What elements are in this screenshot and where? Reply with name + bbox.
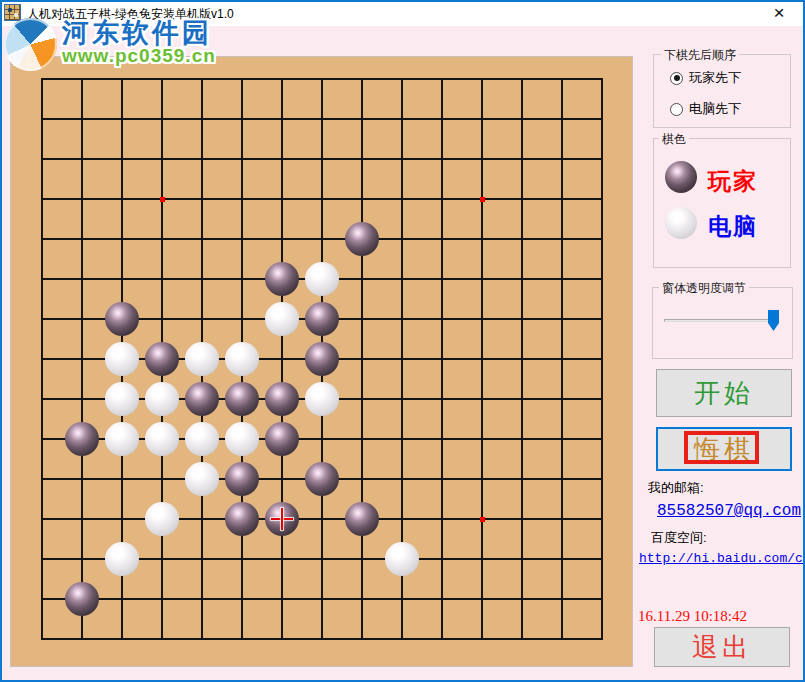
white-stone — [145, 502, 179, 536]
board-cell[interactable] — [302, 419, 342, 459]
board-cell[interactable] — [62, 179, 102, 219]
board-cell[interactable] — [542, 259, 582, 299]
dark-stone — [265, 422, 299, 456]
board-cell[interactable] — [142, 379, 182, 419]
dark-stone — [105, 302, 139, 336]
board-cell[interactable] — [222, 579, 262, 619]
board-cell[interactable] — [182, 499, 222, 539]
board-cell[interactable] — [382, 299, 422, 339]
board-cell[interactable] — [62, 99, 102, 139]
board-group-label: 棋盘 — [13, 49, 43, 66]
exit-button-label: 退出 — [692, 630, 752, 665]
board-cell[interactable] — [462, 499, 502, 539]
board-cell[interactable] — [422, 179, 462, 219]
board-cell[interactable] — [142, 259, 182, 299]
board-cell[interactable] — [222, 619, 262, 659]
board-cell[interactable] — [582, 339, 622, 379]
board-cell[interactable] — [222, 59, 262, 99]
board-cell[interactable] — [302, 59, 342, 99]
board-cell[interactable] — [262, 259, 302, 299]
board-cell[interactable] — [182, 619, 222, 659]
board-cell[interactable] — [182, 379, 222, 419]
board-cell[interactable] — [22, 499, 62, 539]
board-cell[interactable] — [542, 299, 582, 339]
board-cell[interactable] — [542, 579, 582, 619]
board-cell[interactable] — [342, 139, 382, 179]
board-cell[interactable] — [142, 619, 182, 659]
board-cell[interactable] — [22, 619, 62, 659]
board-cell[interactable] — [342, 379, 382, 419]
board-cell[interactable] — [422, 419, 462, 459]
board-cell[interactable] — [142, 339, 182, 379]
board-cell[interactable] — [22, 179, 62, 219]
board-cell[interactable] — [342, 219, 382, 259]
board-cell[interactable] — [342, 59, 382, 99]
board-cell[interactable] — [102, 379, 142, 419]
board-cell[interactable] — [582, 419, 622, 459]
board-cell[interactable] — [342, 539, 382, 579]
radio-computer-first-label: 电脑先下 — [689, 100, 741, 118]
board-cell[interactable] — [582, 579, 622, 619]
board-cell[interactable] — [342, 179, 382, 219]
board-cell[interactable] — [222, 99, 262, 139]
board-cell[interactable] — [382, 579, 422, 619]
board-cell[interactable] — [62, 259, 102, 299]
board-cell[interactable] — [102, 499, 142, 539]
board-cell[interactable] — [582, 299, 622, 339]
timestamp: 16.11.29 10:18:42 — [638, 608, 747, 625]
move-order-group-label: 下棋先后顺序 — [661, 47, 739, 64]
board-cell[interactable] — [102, 619, 142, 659]
board-cell[interactable] — [462, 179, 502, 219]
undo-button-label: 悔棋 — [694, 432, 754, 467]
board-cell[interactable] — [422, 579, 462, 619]
board-cell[interactable] — [502, 339, 542, 379]
board-cell[interactable] — [462, 619, 502, 659]
app-window: 人机对战五子棋-绿色免安装单机版v1.0 × 棋盘 河东软件园 www.pc03… — [0, 0, 805, 682]
board-cell[interactable] — [222, 379, 262, 419]
board-cell[interactable] — [62, 499, 102, 539]
dark-stone — [145, 342, 179, 376]
board-cell[interactable] — [262, 379, 302, 419]
last-move-marker — [265, 502, 299, 536]
board-cell[interactable] — [22, 459, 62, 499]
board-cell[interactable] — [62, 619, 102, 659]
white-stone — [185, 422, 219, 456]
board-cell[interactable] — [102, 219, 142, 259]
computer-label: 电脑 — [708, 211, 758, 242]
player-label: 玩家 — [708, 166, 758, 197]
board-cell[interactable] — [382, 59, 422, 99]
board-cell[interactable] — [142, 139, 182, 179]
board-cell[interactable] — [502, 59, 542, 99]
dark-stone — [225, 462, 259, 496]
board-cell[interactable] — [542, 339, 582, 379]
board-cell[interactable] — [382, 339, 422, 379]
board-cell[interactable] — [302, 499, 342, 539]
board-cell[interactable] — [262, 99, 302, 139]
board-cell[interactable] — [342, 419, 382, 459]
board-cell[interactable] — [342, 499, 382, 539]
board-cell[interactable] — [422, 139, 462, 179]
board-cell[interactable] — [182, 539, 222, 579]
board-cell[interactable] — [142, 219, 182, 259]
board-cell[interactable] — [262, 419, 302, 459]
board-cell[interactable] — [102, 339, 142, 379]
board-cell[interactable] — [582, 139, 622, 179]
board-cell[interactable] — [62, 419, 102, 459]
dark-stone — [305, 462, 339, 496]
board-cell[interactable] — [422, 219, 462, 259]
board-cell[interactable] — [502, 459, 542, 499]
board-cell[interactable] — [62, 379, 102, 419]
board-cell[interactable] — [502, 499, 542, 539]
board-cell[interactable] — [142, 299, 182, 339]
board-cell[interactable] — [422, 59, 462, 99]
board-cell[interactable] — [382, 619, 422, 659]
board-cell[interactable] — [182, 419, 222, 459]
dark-stone — [305, 302, 339, 336]
board-cell[interactable] — [382, 179, 422, 219]
transparency-slider-track[interactable] — [664, 319, 779, 322]
radio-computer-first[interactable]: 电脑先下 — [670, 100, 741, 118]
board-cell[interactable] — [502, 99, 542, 139]
app-icon — [4, 4, 21, 21]
board-cell[interactable] — [262, 299, 302, 339]
board-cell[interactable] — [502, 619, 542, 659]
board-cell[interactable] — [102, 59, 142, 99]
close-button[interactable]: × — [759, 0, 799, 26]
board-cell[interactable] — [262, 219, 302, 259]
board-cell[interactable] — [302, 579, 342, 619]
board-cell[interactable] — [182, 339, 222, 379]
board-cell[interactable] — [102, 299, 142, 339]
white-stone — [305, 262, 339, 296]
board-cell[interactable] — [22, 579, 62, 619]
board-cell[interactable] — [182, 459, 222, 499]
board-cell[interactable] — [542, 619, 582, 659]
board-cell[interactable] — [382, 99, 422, 139]
board-cell[interactable] — [422, 259, 462, 299]
close-icon: × — [773, 2, 784, 24]
board-cell[interactable] — [62, 339, 102, 379]
board-cell[interactable] — [102, 179, 142, 219]
board-cell[interactable] — [222, 539, 262, 579]
white-stone — [225, 422, 259, 456]
board-cell[interactable] — [502, 379, 542, 419]
board-cell[interactable] — [102, 419, 142, 459]
gomoku-board — [10, 56, 633, 667]
board-cell[interactable] — [302, 259, 342, 299]
board-cell[interactable] — [22, 99, 62, 139]
board-cell[interactable] — [542, 419, 582, 459]
board-cell[interactable] — [342, 579, 382, 619]
board-cell[interactable] — [62, 139, 102, 179]
board-cell[interactable] — [382, 259, 422, 299]
board-cell[interactable] — [382, 539, 422, 579]
white-stone — [105, 542, 139, 576]
board-cell[interactable] — [382, 139, 422, 179]
board-cell[interactable] — [502, 139, 542, 179]
board-cell[interactable] — [542, 499, 582, 539]
board-cell[interactable] — [382, 379, 422, 419]
dark-stone — [65, 422, 99, 456]
player-stone-icon — [665, 161, 697, 193]
board-cell[interactable] — [182, 179, 222, 219]
board-cell[interactable] — [422, 99, 462, 139]
board-cell[interactable] — [102, 259, 142, 299]
board-cell[interactable] — [222, 259, 262, 299]
board-cell[interactable] — [502, 219, 542, 259]
radio-unselected-icon — [670, 103, 683, 116]
board-cell[interactable] — [542, 139, 582, 179]
white-stone — [265, 302, 299, 336]
board-cell[interactable] — [302, 379, 342, 419]
white-stone — [185, 342, 219, 376]
board-cell[interactable] — [582, 459, 622, 499]
board-cell[interactable] — [462, 139, 502, 179]
board-cell[interactable] — [462, 259, 502, 299]
board-cell[interactable] — [302, 99, 342, 139]
board-cell[interactable] — [302, 179, 342, 219]
board-cell[interactable] — [222, 499, 262, 539]
board-cell[interactable] — [102, 139, 142, 179]
board-cell[interactable] — [462, 459, 502, 499]
email-label: 我的邮箱: — [648, 479, 704, 497]
board-cell[interactable] — [582, 619, 622, 659]
board-cell[interactable] — [462, 339, 502, 379]
white-stone — [105, 382, 139, 416]
board-cell[interactable] — [182, 139, 222, 179]
board-cell[interactable] — [262, 579, 302, 619]
dark-stone — [265, 262, 299, 296]
board-cell[interactable] — [142, 579, 182, 619]
transparency-group-label: 窗体透明度调节 — [659, 280, 749, 297]
board-cell[interactable] — [582, 59, 622, 99]
board-cell[interactable] — [262, 179, 302, 219]
board-cell[interactable] — [102, 99, 142, 139]
white-stone — [105, 422, 139, 456]
board-cell[interactable] — [502, 299, 542, 339]
title-bar: 人机对战五子棋-绿色免安装单机版v1.0 × — [0, 0, 805, 26]
board-cell[interactable] — [422, 459, 462, 499]
blog-label: 百度空间: — [651, 529, 707, 547]
board-cell[interactable] — [462, 299, 502, 339]
board-cell[interactable] — [342, 259, 382, 299]
board-cell[interactable] — [422, 499, 462, 539]
board-cell[interactable] — [22, 539, 62, 579]
board-cell[interactable] — [582, 179, 622, 219]
board-cell[interactable] — [502, 179, 542, 219]
dark-stone — [225, 382, 259, 416]
board-cell[interactable] — [462, 579, 502, 619]
board-cell[interactable] — [542, 379, 582, 419]
board-cell[interactable] — [542, 219, 582, 259]
board-cell[interactable] — [502, 579, 542, 619]
piece-color-group-label: 棋色 — [659, 131, 689, 148]
board-cell[interactable] — [582, 499, 622, 539]
board-cell[interactable] — [182, 59, 222, 99]
board-grid — [22, 59, 622, 659]
board-cell[interactable] — [542, 539, 582, 579]
board-cell[interactable] — [222, 459, 262, 499]
board-cell[interactable] — [302, 339, 342, 379]
white-stone — [185, 462, 219, 496]
blog-link[interactable]: http://hi.baidu.com/cbf6 — [639, 551, 805, 566]
email-link[interactable]: 85582507@qq.com — [657, 502, 801, 520]
computer-stone-icon — [665, 207, 697, 239]
board-cell[interactable] — [142, 419, 182, 459]
board-cell[interactable] — [222, 139, 262, 179]
board-cell[interactable] — [382, 459, 422, 499]
board-cell[interactable] — [302, 619, 342, 659]
board-cell[interactable] — [462, 99, 502, 139]
board-cell[interactable] — [462, 59, 502, 99]
radio-player-first[interactable]: 玩家先下 — [670, 69, 741, 87]
board-cell[interactable] — [182, 259, 222, 299]
board-cell[interactable] — [422, 619, 462, 659]
board-cell[interactable] — [542, 459, 582, 499]
board-cell[interactable] — [222, 179, 262, 219]
dark-stone — [305, 342, 339, 376]
board-cell[interactable] — [22, 419, 62, 459]
board-cell[interactable] — [302, 459, 342, 499]
board-cell[interactable] — [22, 379, 62, 419]
board-cell[interactable] — [142, 539, 182, 579]
board-cell[interactable] — [222, 219, 262, 259]
board-cell[interactable] — [102, 539, 142, 579]
board-cell[interactable] — [262, 539, 302, 579]
board-cell[interactable] — [62, 539, 102, 579]
board-cell[interactable] — [222, 419, 262, 459]
window-title: 人机对战五子棋-绿色免安装单机版v1.0 — [27, 6, 234, 23]
start-button-label: 开始 — [694, 376, 754, 411]
board-cell[interactable] — [382, 219, 422, 259]
board-cell[interactable] — [382, 419, 422, 459]
board-cell[interactable] — [582, 259, 622, 299]
board-cell[interactable] — [142, 499, 182, 539]
board-cell[interactable] — [62, 299, 102, 339]
white-stone — [145, 422, 179, 456]
board-cell[interactable] — [342, 459, 382, 499]
dark-stone — [225, 502, 259, 536]
white-stone — [305, 382, 339, 416]
radio-dot — [674, 75, 680, 81]
board-cell[interactable] — [542, 179, 582, 219]
board-cell[interactable] — [62, 579, 102, 619]
board-cell[interactable] — [182, 99, 222, 139]
start-button[interactable]: 开始 — [656, 369, 792, 417]
board-cell[interactable] — [302, 299, 342, 339]
board-cell[interactable] — [142, 59, 182, 99]
board-cell[interactable] — [302, 219, 342, 259]
board-cell[interactable] — [262, 339, 302, 379]
white-stone — [385, 542, 419, 576]
board-cell[interactable] — [62, 59, 102, 99]
piece-color-groupbox — [653, 138, 791, 268]
board-cell[interactable] — [62, 219, 102, 259]
board-cell[interactable] — [342, 299, 382, 339]
board-cell[interactable] — [462, 219, 502, 259]
board-cell[interactable] — [302, 539, 342, 579]
white-stone — [145, 382, 179, 416]
dark-stone — [265, 502, 299, 536]
board-cell[interactable] — [142, 179, 182, 219]
board-cell[interactable] — [422, 539, 462, 579]
board-cell[interactable] — [262, 59, 302, 99]
board-cell[interactable] — [182, 579, 222, 619]
board-cell[interactable] — [182, 219, 222, 259]
board-cell[interactable] — [62, 459, 102, 499]
board-cell[interactable] — [102, 579, 142, 619]
board-cell[interactable] — [302, 139, 342, 179]
board-cell[interactable] — [422, 379, 462, 419]
board-cell[interactable] — [262, 619, 302, 659]
board-cell[interactable] — [542, 59, 582, 99]
board-cell[interactable] — [582, 99, 622, 139]
dark-stone — [345, 222, 379, 256]
board-cell[interactable] — [222, 339, 262, 379]
board-cell[interactable] — [582, 539, 622, 579]
board-cell[interactable] — [582, 379, 622, 419]
board-cell[interactable] — [342, 99, 382, 139]
board-cell[interactable] — [502, 539, 542, 579]
board-cell[interactable] — [102, 459, 142, 499]
board-cell[interactable] — [422, 339, 462, 379]
board-cell[interactable] — [22, 259, 62, 299]
board-cell[interactable] — [22, 339, 62, 379]
board-cell[interactable] — [22, 299, 62, 339]
radio-selected-icon — [670, 72, 683, 85]
dark-stone — [65, 582, 99, 616]
board-cell[interactable] — [502, 259, 542, 299]
board-cell[interactable] — [462, 539, 502, 579]
white-stone — [105, 342, 139, 376]
board-cell[interactable] — [542, 99, 582, 139]
board-cell[interactable] — [342, 619, 382, 659]
board-cell[interactable] — [462, 379, 502, 419]
dark-stone — [185, 382, 219, 416]
exit-button[interactable]: 退出 — [654, 627, 790, 667]
board-cell[interactable] — [262, 499, 302, 539]
board-cell[interactable] — [22, 139, 62, 179]
board-cell[interactable] — [502, 419, 542, 459]
board-cell[interactable] — [142, 459, 182, 499]
board-cell[interactable] — [142, 99, 182, 139]
dark-stone — [265, 382, 299, 416]
board-cell[interactable] — [382, 499, 422, 539]
board-cell[interactable] — [342, 339, 382, 379]
dark-stone — [345, 502, 379, 536]
board-cell[interactable] — [262, 459, 302, 499]
board-cell[interactable] — [222, 299, 262, 339]
board-cell[interactable] — [582, 219, 622, 259]
board-cell[interactable] — [182, 299, 222, 339]
board-cell[interactable] — [422, 299, 462, 339]
undo-button[interactable]: 悔棋 — [656, 427, 792, 471]
board-cell[interactable] — [462, 419, 502, 459]
white-stone — [225, 342, 259, 376]
board-cell[interactable] — [262, 139, 302, 179]
board-cell[interactable] — [22, 219, 62, 259]
radio-player-first-label: 玩家先下 — [689, 69, 741, 87]
